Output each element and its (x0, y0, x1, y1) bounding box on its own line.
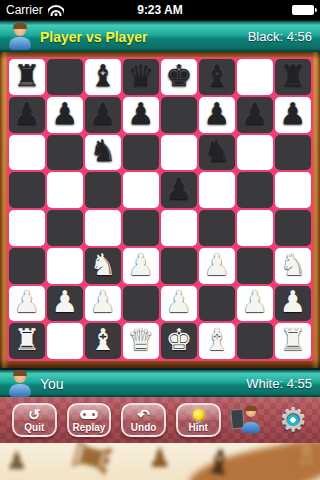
square-h1[interactable]: ♜ (275, 323, 311, 359)
square-d4[interactable] (123, 210, 159, 246)
black-clock: Black: 4:56 (248, 29, 312, 44)
square-a3[interactable] (9, 248, 45, 284)
chess-board: ♜♝♛♚♝♜♟♟♟♟♟♟♟♞♞♟♞♟♟♞♟♟♟♟♟♟♜♝♛♚♝♜ (7, 57, 313, 361)
photo-pawn-piece-2: ♟ (6, 449, 28, 473)
white-queen: ♛ (128, 325, 155, 355)
square-e8[interactable]: ♚ (161, 59, 197, 95)
black-bishop: ♝ (204, 61, 231, 91)
square-h4[interactable] (275, 210, 311, 246)
quit-button[interactable]: ↺ Quit (12, 403, 57, 437)
square-e2[interactable]: ♟ (161, 286, 197, 322)
square-g3[interactable] (237, 248, 273, 284)
square-f2[interactable] (199, 286, 235, 322)
white-rook: ♜ (14, 325, 41, 355)
square-f3[interactable]: ♟ (199, 248, 235, 284)
square-f4[interactable] (199, 210, 235, 246)
black-pawn: ♟ (242, 99, 269, 129)
black-pawn: ♟ (166, 174, 193, 204)
square-f7[interactable]: ♟ (199, 97, 235, 133)
square-f1[interactable]: ♝ (199, 323, 235, 359)
black-pawn: ♟ (90, 99, 117, 129)
black-pawn: ♟ (128, 99, 155, 129)
square-a6[interactable] (9, 135, 45, 171)
white-pawn: ♟ (52, 287, 79, 317)
black-queen: ♛ (128, 61, 155, 91)
white-pawn: ♟ (14, 287, 41, 317)
square-d7[interactable]: ♟ (123, 97, 159, 133)
square-b4[interactable] (47, 210, 83, 246)
white-knight: ♞ (90, 250, 117, 280)
square-c7[interactable]: ♟ (85, 97, 121, 133)
match-title: Player vs Player (40, 29, 147, 45)
square-d2[interactable] (123, 286, 159, 322)
undo-button-label: Undo (131, 422, 157, 433)
square-b5[interactable] (47, 172, 83, 208)
hint-lightbulb-icon (193, 408, 204, 422)
player-bar: You White: 4:55 (0, 368, 320, 397)
chess-app-screen: Carrier 9:23 AM Player vs Player Black: … (0, 0, 320, 480)
square-e1[interactable]: ♚ (161, 323, 197, 359)
settings-gear-icon[interactable]: ⚙ (278, 405, 308, 435)
white-bishop: ♝ (90, 325, 117, 355)
square-g7[interactable]: ♟ (237, 97, 273, 133)
square-h8[interactable]: ♜ (275, 59, 311, 95)
white-rook: ♜ (280, 325, 307, 355)
square-a4[interactable] (9, 210, 45, 246)
white-clock: White: 4:55 (246, 376, 312, 391)
square-c1[interactable]: ♝ (85, 323, 121, 359)
white-pawn: ♟ (128, 250, 155, 280)
square-a8[interactable]: ♜ (9, 59, 45, 95)
battery-icon (292, 5, 314, 15)
black-rook: ♜ (14, 61, 41, 91)
square-d8[interactable]: ♛ (123, 59, 159, 95)
square-c5[interactable] (85, 172, 121, 208)
undo-arrow-icon: ↶ (137, 408, 150, 422)
square-b2[interactable]: ♟ (47, 286, 83, 322)
black-rook: ♜ (280, 61, 307, 91)
square-e5[interactable]: ♟ (161, 172, 197, 208)
square-c6[interactable]: ♞ (85, 135, 121, 171)
black-pawn: ♟ (14, 99, 41, 129)
square-c8[interactable]: ♝ (85, 59, 121, 95)
pass-and-play-icon[interactable] (231, 407, 263, 433)
status-bar: Carrier 9:23 AM (0, 0, 320, 20)
square-g1[interactable] (237, 323, 273, 359)
white-pawn: ♟ (242, 287, 269, 317)
square-h5[interactable] (275, 172, 311, 208)
square-b6[interactable] (47, 135, 83, 171)
undo-button[interactable]: ↶ Undo (121, 403, 166, 437)
square-d1[interactable]: ♛ (123, 323, 159, 359)
black-knight: ♞ (204, 136, 231, 166)
white-king: ♚ (166, 325, 193, 355)
white-pawn: ♟ (204, 250, 231, 280)
square-d5[interactable] (123, 172, 159, 208)
photo-rook-piece: ♜ (63, 443, 121, 480)
square-b1[interactable] (47, 323, 83, 359)
square-g8[interactable] (237, 59, 273, 95)
photo-light-piece: ♗ (293, 443, 320, 469)
white-pawn: ♟ (280, 287, 307, 317)
hint-button-label: Hint (189, 422, 208, 433)
square-e6[interactable] (161, 135, 197, 171)
hint-button[interactable]: Hint (176, 403, 221, 437)
you-avatar-icon (8, 371, 32, 397)
square-h7[interactable]: ♟ (275, 97, 311, 133)
player-avatar-icon (8, 24, 32, 50)
square-e3[interactable] (161, 248, 197, 284)
square-g5[interactable] (237, 172, 273, 208)
replay-button-label: Replay (73, 422, 106, 433)
photo-dark-piece: ♝ (201, 443, 236, 480)
black-pawn: ♟ (52, 99, 79, 129)
toolbar: ↺ Quit Replay ↶ Undo Hint ⚙ (0, 397, 320, 443)
black-bishop: ♝ (90, 61, 117, 91)
white-pawn: ♟ (90, 287, 117, 317)
square-c2[interactable]: ♟ (85, 286, 121, 322)
square-g4[interactable] (237, 210, 273, 246)
square-g6[interactable] (237, 135, 273, 171)
square-c4[interactable] (85, 210, 121, 246)
clock-time: 9:23 AM (96, 3, 224, 17)
carrier-label: Carrier (6, 3, 43, 17)
square-f6[interactable]: ♞ (199, 135, 235, 171)
quit-button-label: Quit (24, 422, 44, 433)
white-bishop: ♝ (204, 325, 231, 355)
square-b3[interactable] (47, 248, 83, 284)
square-e7[interactable] (161, 97, 197, 133)
square-a2[interactable]: ♟ (9, 286, 45, 322)
square-a7[interactable]: ♟ (9, 97, 45, 133)
square-c3[interactable]: ♞ (85, 248, 121, 284)
square-h6[interactable] (275, 135, 311, 171)
replay-button[interactable]: Replay (67, 403, 112, 437)
square-a5[interactable] (9, 172, 45, 208)
chess-board-frame: ♜♝♛♚♝♜♟♟♟♟♟♟♟♞♞♟♞♟♟♞♟♟♟♟♟♟♜♝♛♚♝♜ (0, 52, 320, 368)
black-knight: ♞ (90, 136, 117, 166)
square-d3[interactable]: ♟ (123, 248, 159, 284)
you-label: You (40, 376, 64, 392)
square-g2[interactable]: ♟ (237, 286, 273, 322)
square-b8[interactable] (47, 59, 83, 95)
square-f8[interactable]: ♝ (199, 59, 235, 95)
quit-icon: ↺ (28, 408, 41, 422)
black-pawn: ♟ (280, 99, 307, 129)
white-knight: ♞ (280, 250, 307, 280)
white-pawn: ♟ (166, 287, 193, 317)
square-d6[interactable] (123, 135, 159, 171)
wifi-icon (48, 5, 64, 16)
square-h2[interactable]: ♟ (275, 286, 311, 322)
black-king: ♚ (166, 61, 193, 91)
photo-pawn-piece: ♟ (148, 445, 171, 471)
square-e4[interactable] (161, 210, 197, 246)
header-bar: Player vs Player Black: 4:56 (0, 20, 320, 52)
square-a1[interactable]: ♜ (9, 323, 45, 359)
square-f5[interactable] (199, 172, 235, 208)
black-pawn: ♟ (204, 99, 231, 129)
replay-gamepad-icon (80, 408, 98, 422)
square-b7[interactable]: ♟ (47, 97, 83, 133)
background-photo: ♜ ♟ ♟ ♝ ♗ (0, 443, 320, 480)
square-h3[interactable]: ♞ (275, 248, 311, 284)
